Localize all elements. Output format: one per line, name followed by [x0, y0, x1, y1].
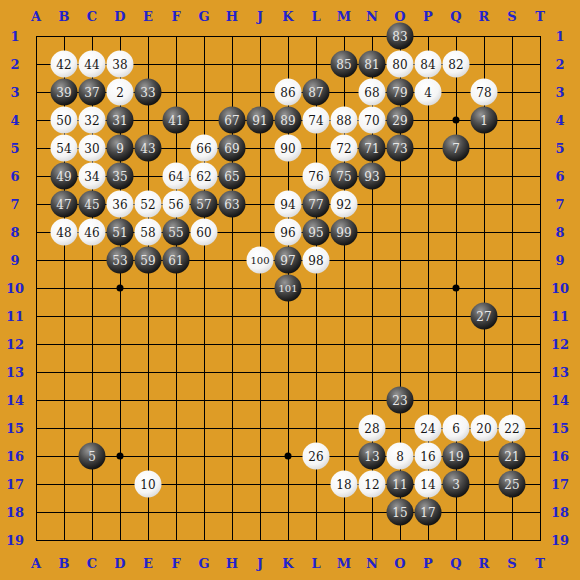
stone-35: 35	[107, 163, 134, 190]
stone-81: 81	[359, 51, 386, 78]
stone-number: 75	[336, 170, 351, 182]
coord-label-bottom: P	[423, 556, 433, 571]
coord-label-bottom: M	[337, 556, 351, 571]
stone-number: 41	[168, 114, 183, 126]
stone-2: 2	[107, 79, 134, 106]
stone-number: 72	[336, 142, 351, 154]
coord-label-top: H	[226, 9, 238, 24]
stone-number: 10	[140, 478, 155, 490]
stone-number: 92	[336, 198, 351, 210]
stone-number: 73	[392, 142, 407, 154]
stone-number: 38	[112, 58, 127, 70]
stone-9: 9	[107, 135, 134, 162]
coord-label-bottom: K	[282, 556, 293, 571]
stone-11: 11	[387, 471, 414, 498]
coord-label-left: 17	[6, 477, 24, 492]
stone-number: 45	[84, 198, 99, 210]
stone-37: 37	[79, 79, 106, 106]
coord-label-left: 12	[6, 337, 24, 352]
stone-25: 25	[499, 471, 526, 498]
grid-line-horizontal	[36, 400, 541, 401]
stone-88: 88	[331, 107, 358, 134]
stone-50: 50	[51, 107, 78, 134]
stone-39: 39	[51, 79, 78, 106]
stone-number: 69	[224, 142, 239, 154]
coord-label-right: 13	[551, 365, 569, 380]
stone-52: 52	[135, 191, 162, 218]
stone-47: 47	[51, 191, 78, 218]
stone-number: 46	[84, 226, 99, 238]
stone-86: 86	[275, 79, 302, 106]
stone-64: 64	[163, 163, 190, 190]
stone-number: 27	[476, 310, 491, 322]
coord-label-right: 2	[555, 57, 564, 72]
stone-76: 76	[303, 163, 330, 190]
stone-13: 13	[359, 443, 386, 470]
stone-12: 12	[359, 471, 386, 498]
stone-80: 80	[387, 51, 414, 78]
star-point	[453, 285, 460, 292]
stone-number: 98	[308, 254, 323, 266]
coord-label-right: 17	[551, 477, 569, 492]
stone-number: 87	[308, 86, 323, 98]
stone-number: 99	[336, 226, 351, 238]
stone-51: 51	[107, 219, 134, 246]
coord-label-right: 18	[551, 505, 569, 520]
coord-label-bottom: C	[87, 556, 97, 571]
stone-53: 53	[107, 247, 134, 274]
stone-number: 2	[116, 86, 124, 98]
coord-label-top: J	[257, 9, 263, 24]
stone-number: 6	[452, 422, 460, 434]
stone-21: 21	[499, 443, 526, 470]
stone-number: 4	[424, 86, 432, 98]
stone-48: 48	[51, 219, 78, 246]
stone-4: 4	[415, 79, 442, 106]
grid-line-horizontal	[36, 344, 541, 345]
stone-1: 1	[471, 107, 498, 134]
stone-69: 69	[219, 135, 246, 162]
stone-54: 54	[51, 135, 78, 162]
stone-number: 5	[88, 450, 96, 462]
stone-number: 82	[448, 58, 463, 70]
coord-label-right: 10	[551, 281, 569, 296]
stone-number: 37	[84, 86, 99, 98]
coord-label-left: 1	[10, 29, 19, 44]
grid-line-horizontal	[36, 540, 541, 541]
stone-number: 34	[84, 170, 99, 182]
coord-label-top: E	[143, 9, 153, 24]
coord-label-right: 6	[555, 169, 564, 184]
stone-75: 75	[331, 163, 358, 190]
stone-10: 10	[135, 471, 162, 498]
star-point	[453, 117, 460, 124]
stone-number: 54	[56, 142, 71, 154]
stone-number: 49	[56, 170, 71, 182]
coord-label-left: 7	[10, 197, 19, 212]
stone-18: 18	[331, 471, 358, 498]
coord-label-top: O	[394, 9, 405, 24]
stone-number: 71	[364, 142, 379, 154]
coord-label-top: G	[198, 9, 209, 24]
stone-number: 68	[364, 86, 379, 98]
stone-number: 12	[364, 478, 379, 490]
stone-number: 67	[224, 114, 239, 126]
stone-26: 26	[303, 443, 330, 470]
stone-number: 74	[308, 114, 323, 126]
stone-17: 17	[415, 499, 442, 526]
coord-label-top: L	[311, 9, 320, 24]
stone-number: 101	[278, 283, 297, 293]
stone-number: 31	[112, 114, 127, 126]
stone-number: 56	[168, 198, 183, 210]
stone-89: 89	[275, 107, 302, 134]
stone-59: 59	[135, 247, 162, 274]
stone-42: 42	[51, 51, 78, 78]
stone-78: 78	[471, 79, 498, 106]
coord-label-left: 18	[6, 505, 24, 520]
stone-number: 33	[140, 86, 155, 98]
coord-label-left: 10	[6, 281, 24, 296]
stone-74: 74	[303, 107, 330, 134]
stone-34: 34	[79, 163, 106, 190]
stone-number: 25	[504, 478, 519, 490]
stone-number: 58	[140, 226, 155, 238]
stone-number: 9	[116, 142, 124, 154]
stone-number: 44	[84, 58, 99, 70]
stone-number: 8	[396, 450, 404, 462]
stone-77: 77	[303, 191, 330, 218]
coord-label-bottom: Q	[450, 556, 461, 571]
stone-number: 62	[196, 170, 211, 182]
stone-number: 60	[196, 226, 211, 238]
stone-number: 86	[280, 86, 295, 98]
coord-label-left: 5	[10, 141, 19, 156]
stone-79: 79	[387, 79, 414, 106]
stone-number: 16	[420, 450, 435, 462]
stone-number: 79	[392, 86, 407, 98]
coord-label-left: 15	[6, 421, 24, 436]
stone-41: 41	[163, 107, 190, 134]
stone-22: 22	[499, 415, 526, 442]
coord-label-left: 8	[10, 225, 19, 240]
stone-66: 66	[191, 135, 218, 162]
stone-87: 87	[303, 79, 330, 106]
coord-label-right: 15	[551, 421, 569, 436]
coord-label-right: 8	[555, 225, 564, 240]
coord-label-left: 16	[6, 449, 24, 464]
coord-label-top: F	[171, 9, 180, 24]
stone-number: 59	[140, 254, 155, 266]
stone-number: 14	[420, 478, 435, 490]
stone-number: 11	[392, 478, 407, 490]
stone-number: 35	[112, 170, 127, 182]
stone-number: 61	[168, 254, 183, 266]
stone-71: 71	[359, 135, 386, 162]
stone-number: 95	[308, 226, 323, 238]
stone-number: 26	[308, 450, 323, 462]
star-point	[285, 453, 292, 460]
stone-23: 23	[387, 387, 414, 414]
stone-number: 19	[448, 450, 463, 462]
stone-number: 3	[452, 478, 460, 490]
stone-number: 78	[476, 86, 491, 98]
coord-label-left: 3	[10, 85, 19, 100]
stone-100: 100	[247, 247, 274, 274]
stone-29: 29	[387, 107, 414, 134]
stone-number: 39	[56, 86, 71, 98]
coord-label-top: D	[114, 9, 125, 24]
stone-number: 48	[56, 226, 71, 238]
coord-label-left: 9	[10, 253, 19, 268]
stone-93: 93	[359, 163, 386, 190]
coord-label-top: K	[282, 9, 293, 24]
stone-3: 3	[443, 471, 470, 498]
stone-number: 93	[364, 170, 379, 182]
star-point	[117, 453, 124, 460]
grid-line-horizontal	[36, 512, 541, 513]
coord-label-left: 11	[6, 309, 24, 324]
coord-label-left: 19	[6, 533, 24, 548]
stone-number: 94	[280, 198, 295, 210]
stone-90: 90	[275, 135, 302, 162]
coord-label-bottom: T	[535, 556, 545, 571]
stone-97: 97	[275, 247, 302, 274]
stone-92: 92	[331, 191, 358, 218]
coord-label-top: T	[535, 9, 545, 24]
stone-56: 56	[163, 191, 190, 218]
coord-label-top: P	[423, 9, 433, 24]
coord-label-bottom: L	[311, 556, 320, 571]
coord-label-right: 4	[555, 113, 564, 128]
stone-98: 98	[303, 247, 330, 274]
stone-8: 8	[387, 443, 414, 470]
go-board: AABBCCDDEEFFGGHHJJKKLLMMNNOOPPQQRRSSTT11…	[0, 0, 580, 580]
stone-73: 73	[387, 135, 414, 162]
stone-65: 65	[219, 163, 246, 190]
stone-72: 72	[331, 135, 358, 162]
stone-20: 20	[471, 415, 498, 442]
stone-31: 31	[107, 107, 134, 134]
coord-label-top: R	[479, 9, 490, 24]
stone-number: 97	[280, 254, 295, 266]
stone-7: 7	[443, 135, 470, 162]
stone-number: 77	[308, 198, 323, 210]
coord-label-bottom: F	[171, 556, 180, 571]
stone-number: 42	[56, 58, 71, 70]
coord-label-left: 4	[10, 113, 19, 128]
stone-number: 1	[480, 114, 488, 126]
stone-68: 68	[359, 79, 386, 106]
stone-46: 46	[79, 219, 106, 246]
coord-label-right: 3	[555, 85, 564, 100]
stone-27: 27	[471, 303, 498, 330]
stone-number: 47	[56, 198, 71, 210]
stone-number: 65	[224, 170, 239, 182]
coord-label-right: 12	[551, 337, 569, 352]
stone-70: 70	[359, 107, 386, 134]
stone-83: 83	[387, 23, 414, 50]
stone-49: 49	[51, 163, 78, 190]
stone-number: 29	[392, 114, 407, 126]
stone-16: 16	[415, 443, 442, 470]
stone-32: 32	[79, 107, 106, 134]
stone-number: 36	[112, 198, 127, 210]
stone-number: 96	[280, 226, 295, 238]
stone-number: 51	[112, 226, 127, 238]
coord-label-bottom: H	[226, 556, 238, 571]
coord-label-left: 6	[10, 169, 19, 184]
stone-number: 22	[504, 422, 519, 434]
stone-number: 53	[112, 254, 127, 266]
coord-label-left: 2	[10, 57, 19, 72]
coord-label-bottom: G	[198, 556, 209, 571]
stone-38: 38	[107, 51, 134, 78]
stone-19: 19	[443, 443, 470, 470]
coord-label-bottom: J	[257, 556, 263, 571]
star-point	[117, 285, 124, 292]
stone-number: 90	[280, 142, 295, 154]
coord-label-top: M	[337, 9, 351, 24]
stone-33: 33	[135, 79, 162, 106]
stone-number: 89	[280, 114, 295, 126]
coord-label-top: C	[87, 9, 97, 24]
stone-number: 24	[420, 422, 435, 434]
stone-14: 14	[415, 471, 442, 498]
coord-label-right: 9	[555, 253, 564, 268]
stone-15: 15	[387, 499, 414, 526]
stone-number: 7	[452, 142, 460, 154]
stone-6: 6	[443, 415, 470, 442]
stone-number: 70	[364, 114, 379, 126]
stone-number: 15	[392, 506, 407, 518]
stone-number: 66	[196, 142, 211, 154]
stone-101: 101	[275, 275, 302, 302]
stone-number: 64	[168, 170, 183, 182]
stone-number: 21	[504, 450, 519, 462]
stone-number: 57	[196, 198, 211, 210]
stone-82: 82	[443, 51, 470, 78]
stone-number: 43	[140, 142, 155, 154]
stone-96: 96	[275, 219, 302, 246]
stone-95: 95	[303, 219, 330, 246]
coord-label-bottom: S	[507, 556, 516, 571]
stone-62: 62	[191, 163, 218, 190]
stone-number: 88	[336, 114, 351, 126]
stone-number: 91	[252, 114, 267, 126]
stone-number: 28	[364, 422, 379, 434]
stone-36: 36	[107, 191, 134, 218]
stone-44: 44	[79, 51, 106, 78]
coord-label-bottom: O	[394, 556, 405, 571]
stone-84: 84	[415, 51, 442, 78]
coord-label-bottom: N	[366, 556, 378, 571]
grid-line-vertical	[540, 36, 541, 541]
stone-24: 24	[415, 415, 442, 442]
stone-28: 28	[359, 415, 386, 442]
stone-45: 45	[79, 191, 106, 218]
coord-label-top: A	[31, 9, 41, 24]
stone-number: 13	[364, 450, 379, 462]
stone-67: 67	[219, 107, 246, 134]
stone-43: 43	[135, 135, 162, 162]
coord-label-top: S	[507, 9, 516, 24]
coord-label-bottom: D	[114, 556, 125, 571]
coord-label-left: 13	[6, 365, 24, 380]
coord-label-bottom: A	[31, 556, 41, 571]
stone-number: 52	[140, 198, 155, 210]
stone-5: 5	[79, 443, 106, 470]
stone-number: 84	[420, 58, 435, 70]
coord-label-bottom: E	[143, 556, 153, 571]
stone-63: 63	[219, 191, 246, 218]
coord-label-right: 16	[551, 449, 569, 464]
grid-line-horizontal	[36, 372, 541, 373]
coord-label-right: 11	[551, 309, 569, 324]
stone-61: 61	[163, 247, 190, 274]
stone-number: 32	[84, 114, 99, 126]
stone-number: 63	[224, 198, 239, 210]
coord-label-right: 7	[555, 197, 564, 212]
grid-line-horizontal	[36, 316, 541, 317]
stone-number: 20	[476, 422, 491, 434]
coord-label-right: 1	[555, 29, 564, 44]
stone-30: 30	[79, 135, 106, 162]
coord-label-top: B	[59, 9, 70, 24]
coord-label-right: 14	[551, 393, 569, 408]
stone-94: 94	[275, 191, 302, 218]
coord-label-right: 19	[551, 533, 569, 548]
coord-label-top: N	[366, 9, 378, 24]
stone-58: 58	[135, 219, 162, 246]
coord-label-top: Q	[450, 9, 461, 24]
stone-number: 80	[392, 58, 407, 70]
coord-label-left: 14	[6, 393, 24, 408]
stone-99: 99	[331, 219, 358, 246]
stone-60: 60	[191, 219, 218, 246]
coord-label-right: 5	[555, 141, 564, 156]
stone-number: 76	[308, 170, 323, 182]
stone-number: 85	[336, 58, 351, 70]
stone-number: 18	[336, 478, 351, 490]
stone-number: 17	[420, 506, 435, 518]
stone-number: 83	[392, 30, 407, 42]
stone-number: 55	[168, 226, 183, 238]
coord-label-bottom: B	[59, 556, 70, 571]
stone-number: 50	[56, 114, 71, 126]
stone-91: 91	[247, 107, 274, 134]
stone-number: 81	[364, 58, 379, 70]
stone-number: 23	[392, 394, 407, 406]
stone-number: 30	[84, 142, 99, 154]
coord-label-bottom: R	[479, 556, 490, 571]
stone-85: 85	[331, 51, 358, 78]
stone-55: 55	[163, 219, 190, 246]
stone-number: 100	[250, 255, 269, 265]
stone-57: 57	[191, 191, 218, 218]
